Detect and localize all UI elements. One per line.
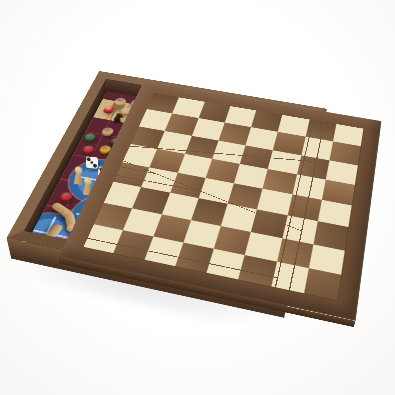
square-e3 — [221, 204, 257, 232]
square-h2 — [309, 244, 345, 275]
square-c3 — [162, 193, 199, 220]
square-b2 — [123, 208, 161, 236]
square-f2 — [245, 232, 282, 262]
product-photo — [0, 0, 395, 395]
square-d2 — [183, 220, 221, 249]
game-box-scene — [7, 71, 327, 297]
square-h6 — [326, 160, 358, 185]
square-c5 — [177, 154, 212, 178]
